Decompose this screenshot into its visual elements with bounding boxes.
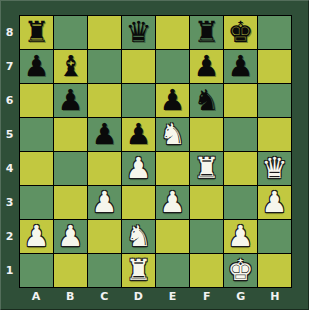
square-b5[interactable] bbox=[54, 118, 87, 151]
square-h8[interactable] bbox=[258, 16, 291, 49]
square-e1[interactable] bbox=[156, 254, 189, 287]
square-g2[interactable]: ♟ bbox=[224, 220, 257, 253]
black-pawn[interactable]: ♟ bbox=[160, 84, 186, 117]
square-b7[interactable]: ♝ bbox=[54, 50, 87, 83]
square-g4[interactable] bbox=[224, 152, 257, 185]
square-e7[interactable] bbox=[156, 50, 189, 83]
square-b2[interactable]: ♟ bbox=[54, 220, 87, 253]
black-pawn[interactable]: ♟ bbox=[92, 118, 118, 151]
rank-label-4: 4 bbox=[0, 152, 19, 186]
square-f4[interactable]: ♜ bbox=[190, 152, 223, 185]
square-g5[interactable] bbox=[224, 118, 257, 151]
square-d3[interactable] bbox=[122, 186, 155, 219]
black-bishop[interactable]: ♝ bbox=[58, 50, 84, 83]
black-rook[interactable]: ♜ bbox=[194, 16, 220, 49]
square-f1[interactable] bbox=[190, 254, 223, 287]
square-a7[interactable]: ♟ bbox=[20, 50, 53, 83]
square-a8[interactable]: ♜ bbox=[20, 16, 53, 49]
square-b3[interactable] bbox=[54, 186, 87, 219]
square-e4[interactable] bbox=[156, 152, 189, 185]
square-d1[interactable]: ♜ bbox=[122, 254, 155, 287]
file-label-F: F bbox=[190, 289, 224, 305]
rank-label-2: 2 bbox=[0, 220, 19, 254]
white-queen[interactable]: ♛ bbox=[262, 152, 288, 185]
square-h1[interactable] bbox=[258, 254, 291, 287]
white-king[interactable]: ♚ bbox=[228, 254, 254, 287]
rank-label-6: 6 bbox=[0, 83, 19, 117]
white-pawn[interactable]: ♟ bbox=[262, 186, 288, 219]
file-label-D: D bbox=[121, 289, 155, 305]
square-f3[interactable] bbox=[190, 186, 223, 219]
white-pawn[interactable]: ♟ bbox=[24, 220, 50, 253]
square-e3[interactable]: ♟ bbox=[156, 186, 189, 219]
black-rook[interactable]: ♜ bbox=[24, 16, 50, 49]
square-d8[interactable]: ♛ bbox=[122, 16, 155, 49]
file-label-C: C bbox=[87, 289, 121, 305]
file-label-G: G bbox=[224, 289, 258, 305]
square-c4[interactable] bbox=[88, 152, 121, 185]
white-pawn[interactable]: ♟ bbox=[92, 186, 118, 219]
rank-labels: 87654321 bbox=[0, 15, 19, 288]
file-label-H: H bbox=[258, 289, 292, 305]
square-d2[interactable]: ♞ bbox=[122, 220, 155, 253]
square-e8[interactable] bbox=[156, 16, 189, 49]
square-f8[interactable]: ♜ bbox=[190, 16, 223, 49]
file-label-A: A bbox=[19, 289, 53, 305]
black-pawn[interactable]: ♟ bbox=[194, 50, 220, 83]
square-e2[interactable] bbox=[156, 220, 189, 253]
square-a4[interactable] bbox=[20, 152, 53, 185]
black-knight[interactable]: ♞ bbox=[194, 84, 220, 117]
square-g6[interactable] bbox=[224, 84, 257, 117]
square-g8[interactable]: ♚ bbox=[224, 16, 257, 49]
square-b6[interactable]: ♟ bbox=[54, 84, 87, 117]
black-pawn[interactable]: ♟ bbox=[228, 50, 254, 83]
square-b4[interactable] bbox=[54, 152, 87, 185]
square-c7[interactable] bbox=[88, 50, 121, 83]
square-f2[interactable] bbox=[190, 220, 223, 253]
square-b8[interactable] bbox=[54, 16, 87, 49]
rank-label-7: 7 bbox=[0, 49, 19, 83]
square-h4[interactable]: ♛ bbox=[258, 152, 291, 185]
square-g7[interactable]: ♟ bbox=[224, 50, 257, 83]
square-a2[interactable]: ♟ bbox=[20, 220, 53, 253]
square-f5[interactable] bbox=[190, 118, 223, 151]
rank-label-3: 3 bbox=[0, 186, 19, 220]
black-pawn[interactable]: ♟ bbox=[58, 84, 84, 117]
square-b1[interactable] bbox=[54, 254, 87, 287]
square-e6[interactable]: ♟ bbox=[156, 84, 189, 117]
square-d5[interactable]: ♟ bbox=[122, 118, 155, 151]
square-a6[interactable] bbox=[20, 84, 53, 117]
square-h2[interactable] bbox=[258, 220, 291, 253]
white-pawn[interactable]: ♟ bbox=[160, 186, 186, 219]
black-pawn[interactable]: ♟ bbox=[24, 50, 50, 83]
file-labels: ABCDEFGH bbox=[19, 289, 292, 305]
black-king[interactable]: ♚ bbox=[228, 16, 254, 49]
square-c3[interactable]: ♟ bbox=[88, 186, 121, 219]
file-label-E: E bbox=[156, 289, 190, 305]
square-c1[interactable] bbox=[88, 254, 121, 287]
square-c8[interactable] bbox=[88, 16, 121, 49]
square-f6[interactable]: ♞ bbox=[190, 84, 223, 117]
white-rook[interactable]: ♜ bbox=[126, 254, 152, 287]
square-a1[interactable] bbox=[20, 254, 53, 287]
square-d6[interactable] bbox=[122, 84, 155, 117]
square-a5[interactable] bbox=[20, 118, 53, 151]
square-h7[interactable] bbox=[258, 50, 291, 83]
square-d7[interactable] bbox=[122, 50, 155, 83]
square-a3[interactable] bbox=[20, 186, 53, 219]
white-rook[interactable]: ♜ bbox=[194, 152, 220, 185]
white-knight[interactable]: ♞ bbox=[160, 118, 186, 151]
square-e5[interactable]: ♞ bbox=[156, 118, 189, 151]
chess-board: ♜♛♜♚♟♝♟♟♟♟♞♟♟♞♟♜♛♟♟♟♟♟♞♟♜♚ bbox=[19, 15, 292, 288]
square-h6[interactable] bbox=[258, 84, 291, 117]
rank-label-5: 5 bbox=[0, 117, 19, 151]
white-knight[interactable]: ♞ bbox=[126, 220, 152, 253]
rank-label-1: 1 bbox=[0, 254, 19, 288]
black-queen[interactable]: ♛ bbox=[126, 16, 152, 49]
square-g1[interactable]: ♚ bbox=[224, 254, 257, 287]
square-c6[interactable] bbox=[88, 84, 121, 117]
square-f7[interactable]: ♟ bbox=[190, 50, 223, 83]
square-d4[interactable]: ♟ bbox=[122, 152, 155, 185]
chess-app-window: 87654321 ♜♛♜♚♟♝♟♟♟♟♞♟♟♞♟♜♛♟♟♟♟♟♞♟♜♚ ABCD… bbox=[0, 0, 309, 310]
white-pawn[interactable]: ♟ bbox=[228, 220, 254, 253]
square-c2[interactable] bbox=[88, 220, 121, 253]
square-h3[interactable]: ♟ bbox=[258, 186, 291, 219]
square-g3[interactable] bbox=[224, 186, 257, 219]
white-pawn[interactable]: ♟ bbox=[126, 152, 152, 185]
square-h5[interactable] bbox=[258, 118, 291, 151]
square-c5[interactable]: ♟ bbox=[88, 118, 121, 151]
black-pawn[interactable]: ♟ bbox=[126, 118, 152, 151]
rank-label-8: 8 bbox=[0, 15, 19, 49]
white-pawn[interactable]: ♟ bbox=[58, 220, 84, 253]
file-label-B: B bbox=[53, 289, 87, 305]
